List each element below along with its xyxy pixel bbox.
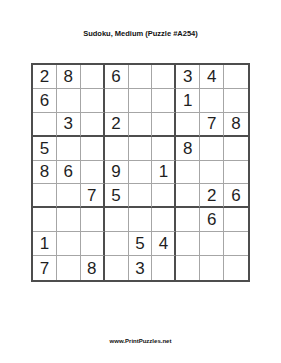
cell-r3c7[interactable]	[176, 113, 200, 137]
cell-r5c7[interactable]	[176, 161, 200, 185]
cell-r4c1[interactable]: 5	[33, 137, 57, 161]
cell-r8c6[interactable]: 4	[152, 232, 176, 256]
cell-r9c3[interactable]: 8	[81, 256, 105, 280]
cell-r3c1[interactable]	[33, 113, 57, 137]
cell-r6c8[interactable]: 2	[200, 184, 224, 208]
cell-r7c2[interactable]	[57, 208, 81, 232]
cell-r4c3[interactable]	[81, 137, 105, 161]
cell-r8c8[interactable]	[200, 232, 224, 256]
cell-r3c5[interactable]	[129, 113, 153, 137]
cell-r1c3[interactable]	[81, 65, 105, 89]
page-title: Sudoku, Medium (Puzzle #A254)	[0, 29, 281, 38]
cell-r5c8[interactable]	[200, 161, 224, 185]
cell-r9c6[interactable]	[152, 256, 176, 280]
cell-r7c9[interactable]	[224, 208, 248, 232]
cell-r9c4[interactable]	[105, 256, 129, 280]
cell-r5c1[interactable]: 8	[33, 161, 57, 185]
cell-r1c5[interactable]	[129, 65, 153, 89]
cell-r2c2[interactable]	[57, 89, 81, 113]
cell-r1c4[interactable]: 6	[105, 65, 129, 89]
cell-r4c9[interactable]	[224, 137, 248, 161]
cell-r3c2[interactable]: 3	[57, 113, 81, 137]
cell-r7c5[interactable]	[129, 208, 153, 232]
cell-r7c1[interactable]	[33, 208, 57, 232]
cell-r8c1[interactable]: 1	[33, 232, 57, 256]
cell-r5c5[interactable]	[129, 161, 153, 185]
cell-r3c4[interactable]: 2	[105, 113, 129, 137]
cell-r5c6[interactable]: 1	[152, 161, 176, 185]
cell-r3c9[interactable]: 8	[224, 113, 248, 137]
cell-r5c4[interactable]: 9	[105, 161, 129, 185]
cell-r6c6[interactable]	[152, 184, 176, 208]
cell-r9c8[interactable]	[200, 256, 224, 280]
cell-r9c2[interactable]	[57, 256, 81, 280]
cell-r9c1[interactable]: 7	[33, 256, 57, 280]
cell-r6c5[interactable]	[129, 184, 153, 208]
cell-r6c2[interactable]	[57, 184, 81, 208]
cell-r2c1[interactable]: 6	[33, 89, 57, 113]
cell-r1c8[interactable]: 4	[200, 65, 224, 89]
cell-r1c1[interactable]: 2	[33, 65, 57, 89]
cell-r7c6[interactable]	[152, 208, 176, 232]
cell-r4c2[interactable]	[57, 137, 81, 161]
cell-r7c7[interactable]	[176, 208, 200, 232]
cell-r3c8[interactable]: 7	[200, 113, 224, 137]
cell-r4c6[interactable]	[152, 137, 176, 161]
cell-r1c9[interactable]	[224, 65, 248, 89]
cell-r1c7[interactable]: 3	[176, 65, 200, 89]
cell-r1c2[interactable]: 8	[57, 65, 81, 89]
cell-r6c4[interactable]: 5	[105, 184, 129, 208]
cell-r2c9[interactable]	[224, 89, 248, 113]
cell-r6c7[interactable]	[176, 184, 200, 208]
cell-r9c7[interactable]	[176, 256, 200, 280]
cell-r8c5[interactable]: 5	[129, 232, 153, 256]
cell-r8c9[interactable]	[224, 232, 248, 256]
cell-r2c3[interactable]	[81, 89, 105, 113]
cell-r8c2[interactable]	[57, 232, 81, 256]
cell-r7c8[interactable]: 6	[200, 208, 224, 232]
cell-r2c8[interactable]	[200, 89, 224, 113]
cell-r4c8[interactable]	[200, 137, 224, 161]
footer-url: www.PrintPuzzles.net	[0, 338, 281, 344]
cell-r9c9[interactable]	[224, 256, 248, 280]
cell-r6c3[interactable]: 7	[81, 184, 105, 208]
puzzle-page: Sudoku, Medium (Puzzle #A254) 2863461327…	[0, 0, 281, 363]
cell-r5c3[interactable]	[81, 161, 105, 185]
cell-r2c5[interactable]	[129, 89, 153, 113]
cell-r4c5[interactable]	[129, 137, 153, 161]
cell-r3c3[interactable]	[81, 113, 105, 137]
cell-r6c9[interactable]: 6	[224, 184, 248, 208]
cell-r8c7[interactable]	[176, 232, 200, 256]
cell-r4c4[interactable]	[105, 137, 129, 161]
cell-r4c7[interactable]: 8	[176, 137, 200, 161]
cell-r5c2[interactable]: 6	[57, 161, 81, 185]
cell-r2c6[interactable]	[152, 89, 176, 113]
cell-r2c4[interactable]	[105, 89, 129, 113]
cell-r8c4[interactable]	[105, 232, 129, 256]
cell-r9c5[interactable]: 3	[129, 256, 153, 280]
sudoku-board: 2863461327858869175266154783	[31, 63, 250, 282]
cell-r3c6[interactable]	[152, 113, 176, 137]
cell-r2c7[interactable]: 1	[176, 89, 200, 113]
cell-r6c1[interactable]	[33, 184, 57, 208]
cell-r7c4[interactable]	[105, 208, 129, 232]
cell-r7c3[interactable]	[81, 208, 105, 232]
cell-r5c9[interactable]	[224, 161, 248, 185]
cell-r8c3[interactable]	[81, 232, 105, 256]
cell-r1c6[interactable]	[152, 65, 176, 89]
